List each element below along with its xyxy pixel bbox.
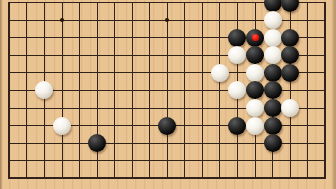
stone-black bbox=[246, 29, 264, 47]
board-left-edge-shading bbox=[0, 0, 3, 189]
stone-white bbox=[35, 81, 53, 99]
stone-white bbox=[228, 81, 246, 99]
stone-black bbox=[281, 46, 299, 64]
stone-white bbox=[211, 64, 229, 82]
stone-black bbox=[281, 29, 299, 47]
go-app-screenshot bbox=[0, 0, 336, 189]
stone-black bbox=[246, 81, 264, 99]
stone-white bbox=[246, 99, 264, 117]
stone-black bbox=[228, 29, 246, 47]
stone-white bbox=[246, 117, 264, 135]
stone-white bbox=[228, 46, 246, 64]
stone-white bbox=[264, 29, 282, 47]
stone-black bbox=[264, 64, 282, 82]
stone-black bbox=[281, 64, 299, 82]
stone-white bbox=[53, 117, 71, 135]
stone-black bbox=[264, 134, 282, 152]
stone-black bbox=[228, 117, 246, 135]
board-right-edge-shading bbox=[331, 0, 336, 189]
stone-white bbox=[281, 99, 299, 117]
stone-black bbox=[158, 117, 176, 135]
stone-black bbox=[264, 99, 282, 117]
last-move-red-dot-marker bbox=[252, 34, 259, 41]
stone-black bbox=[264, 0, 282, 12]
go-board[interactable] bbox=[0, 0, 336, 189]
stone-white bbox=[246, 64, 264, 82]
stone-white bbox=[264, 11, 282, 29]
stone-black bbox=[281, 0, 299, 12]
stone-black bbox=[246, 46, 264, 64]
stone-white bbox=[264, 46, 282, 64]
stone-black bbox=[264, 81, 282, 99]
stone-layer bbox=[1, 0, 334, 187]
stone-black bbox=[88, 134, 106, 152]
stone-black bbox=[264, 117, 282, 135]
